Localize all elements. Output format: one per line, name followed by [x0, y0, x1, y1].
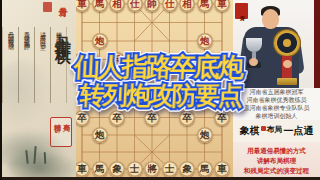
- credential-line: 河南省五届象棋冠军: [250, 88, 304, 96]
- logo-seal-icon: [261, 126, 266, 131]
- slogan-block: 用最通俗易懂的方式 讲解布局棋理 和残局定式的演变过程: [233, 142, 320, 180]
- channel-logo: 象棋 布局 一点通: [233, 120, 320, 142]
- xiangqi-piece: 馬: [92, 161, 108, 177]
- poem-column: 青嶂深处书画静: [18, 27, 35, 103]
- logo-part: 布局: [267, 124, 283, 135]
- logo-part: 象棋: [240, 124, 260, 138]
- poem-column: 棋声不厌遥为邻: [50, 27, 67, 103]
- xiangqi-piece: 象: [109, 161, 125, 177]
- presenter-hand: [283, 60, 292, 68]
- xiangqi-piece: 象: [179, 161, 195, 177]
- credentials-block: 河南省五届象棋冠军 河南省象棋优秀教练员 原河南省象棋专业队队员 象棋培训创始人: [233, 88, 320, 120]
- xiangqi-piece: 士: [162, 161, 178, 177]
- xiangqi-piece: 士: [127, 161, 143, 177]
- poem-block: 丹阳城南秋薄烟 青嶂深处书画静 讲席田边山鸟至 棋声不厌遥为邻: [2, 27, 66, 103]
- xiangqi-piece: 炮: [197, 127, 213, 143]
- photo-seal-icon: 丹青: [235, 3, 248, 19]
- headline-line2: 转列炮攻防要点: [79, 79, 242, 112]
- credential-line: 象棋培训创始人: [256, 112, 298, 120]
- xiangqi-piece: 炮: [197, 33, 213, 49]
- left-frame-strip: [0, 0, 2, 180]
- xiangqi-piece: 炮: [92, 127, 108, 143]
- credential-line: 河南省象棋优秀教练员: [247, 96, 307, 104]
- xiangqi-piece: 車: [214, 161, 230, 177]
- slogan-line: 和残局定式的演变过程: [244, 166, 309, 176]
- right-edge-strip: [314, 0, 320, 88]
- brand-stamp-text: 丹青: [56, 0, 69, 2]
- gold-trophy-base: [277, 78, 297, 85]
- presenter-hand: [249, 58, 258, 66]
- red-stamp-icon: [43, 2, 52, 12]
- video-thumbnail: 丹青 丹青讲棋 丹阳城南秋薄烟 青嶂深处书画静 讲席田边山鸟至 棋声不厌遥为邻 …: [0, 0, 320, 180]
- right-panel: 丹青 河南省五届象棋冠军 河南省象棋优秀教练员 原河南省象棋专业队队员 象棋培训…: [233, 0, 320, 180]
- xiangqi-piece: 炮: [92, 33, 108, 49]
- gold-trophy-center: [283, 39, 291, 47]
- left-calligraphy-panel: 丹青 丹青讲棋 丹阳城南秋薄烟 青嶂深处书画静 讲席田边山鸟至 棋声不厌遥为邻 …: [0, 0, 76, 180]
- poem-column: 丹阳城南秋薄烟: [2, 27, 19, 103]
- credential-line: 原河南省象棋专业队队员: [244, 104, 310, 112]
- presenter-head: [262, 9, 279, 29]
- slogan-line: 讲解布局棋理: [257, 156, 296, 166]
- poem-column: 讲席田边山鸟至: [34, 27, 51, 103]
- logo-part: 一点通: [284, 124, 314, 138]
- xiangqi-piece: 馬: [197, 161, 213, 177]
- presenter-photo: 丹青: [233, 0, 320, 88]
- bottom-frame-strip: [0, 177, 320, 180]
- xiangqi-piece: 將: [144, 161, 160, 177]
- slogan-line: 用最通俗易懂的方式: [247, 146, 306, 156]
